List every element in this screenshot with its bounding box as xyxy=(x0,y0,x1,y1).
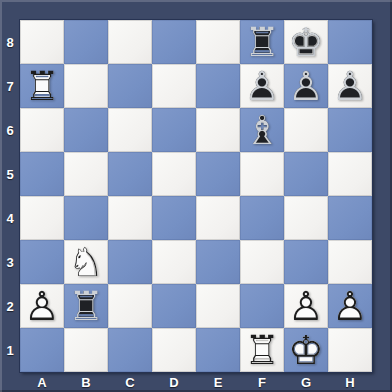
square-b6[interactable] xyxy=(64,108,108,152)
piece-glyph-outline: ♘ xyxy=(64,240,108,284)
square-d7[interactable] xyxy=(152,64,196,108)
file-label-b: B xyxy=(64,372,108,392)
square-g8[interactable]: ♚♔ xyxy=(284,20,328,64)
square-h3[interactable] xyxy=(328,240,372,284)
square-f6[interactable]: ♝♗ xyxy=(240,108,284,152)
square-e2[interactable] xyxy=(196,284,240,328)
square-d3[interactable] xyxy=(152,240,196,284)
square-c7[interactable] xyxy=(108,64,152,108)
white-pawn-piece[interactable]: ♟♙ xyxy=(328,284,372,328)
white-knight-piece[interactable]: ♞♘ xyxy=(64,240,108,284)
square-f2[interactable] xyxy=(240,284,284,328)
square-b2[interactable]: ♜♖ xyxy=(64,284,108,328)
square-d4[interactable] xyxy=(152,196,196,240)
black-rook-piece[interactable]: ♜♖ xyxy=(64,284,108,328)
file-label-a: A xyxy=(20,372,64,392)
square-c4[interactable] xyxy=(108,196,152,240)
file-label-d: D xyxy=(152,372,196,392)
square-f1[interactable]: ♜♖ xyxy=(240,328,284,372)
piece-glyph-outline: ♗ xyxy=(240,108,284,152)
square-g4[interactable] xyxy=(284,196,328,240)
black-pawn-piece[interactable]: ♟♙ xyxy=(284,64,328,108)
square-h5[interactable] xyxy=(328,152,372,196)
piece-glyph-outline: ♔ xyxy=(284,328,328,372)
square-e4[interactable] xyxy=(196,196,240,240)
square-f8[interactable]: ♜♖ xyxy=(240,20,284,64)
square-g5[interactable] xyxy=(284,152,328,196)
square-f3[interactable] xyxy=(240,240,284,284)
square-b8[interactable] xyxy=(64,20,108,64)
square-h1[interactable] xyxy=(328,328,372,372)
square-c2[interactable] xyxy=(108,284,152,328)
square-d2[interactable] xyxy=(152,284,196,328)
piece-glyph-outline: ♙ xyxy=(328,284,372,328)
square-e5[interactable] xyxy=(196,152,240,196)
square-a3[interactable] xyxy=(20,240,64,284)
square-e1[interactable] xyxy=(196,328,240,372)
black-pawn-piece[interactable]: ♟♙ xyxy=(328,64,372,108)
square-a7[interactable]: ♜♖ xyxy=(20,64,64,108)
rank-label-8: 8 xyxy=(0,20,20,64)
square-b4[interactable] xyxy=(64,196,108,240)
rank-labels: 87654321 xyxy=(0,20,20,372)
rank-label-3: 3 xyxy=(0,240,20,284)
square-b3[interactable]: ♞♘ xyxy=(64,240,108,284)
square-h4[interactable] xyxy=(328,196,372,240)
piece-glyph-outline: ♖ xyxy=(20,64,64,108)
square-g1[interactable]: ♚♔ xyxy=(284,328,328,372)
black-rook-piece[interactable]: ♜♖ xyxy=(240,20,284,64)
rank-label-7: 7 xyxy=(0,64,20,108)
square-a6[interactable] xyxy=(20,108,64,152)
file-labels: ABCDEFGH xyxy=(20,372,372,392)
square-d1[interactable] xyxy=(152,328,196,372)
square-d8[interactable] xyxy=(152,20,196,64)
rank-label-2: 2 xyxy=(0,284,20,328)
rank-label-6: 6 xyxy=(0,108,20,152)
rank-label-4: 4 xyxy=(0,196,20,240)
square-d5[interactable] xyxy=(152,152,196,196)
piece-glyph-outline: ♙ xyxy=(328,64,372,108)
square-g3[interactable] xyxy=(284,240,328,284)
square-h8[interactable] xyxy=(328,20,372,64)
square-c5[interactable] xyxy=(108,152,152,196)
white-rook-piece[interactable]: ♜♖ xyxy=(20,64,64,108)
square-h2[interactable]: ♟♙ xyxy=(328,284,372,328)
file-label-g: G xyxy=(284,372,328,392)
square-h7[interactable]: ♟♙ xyxy=(328,64,372,108)
chess-board: ♜♖♚♔♜♖♟♙♟♙♟♙♝♗♞♘♟♙♜♖♟♙♟♙♜♖♚♔ xyxy=(20,20,372,372)
square-e7[interactable] xyxy=(196,64,240,108)
white-pawn-piece[interactable]: ♟♙ xyxy=(284,284,328,328)
square-c6[interactable] xyxy=(108,108,152,152)
square-c1[interactable] xyxy=(108,328,152,372)
square-a1[interactable] xyxy=(20,328,64,372)
rank-label-5: 5 xyxy=(0,152,20,196)
piece-glyph-outline: ♖ xyxy=(240,20,284,64)
piece-glyph-outline: ♙ xyxy=(284,284,328,328)
file-label-h: H xyxy=(328,372,372,392)
black-pawn-piece[interactable]: ♟♙ xyxy=(240,64,284,108)
square-e3[interactable] xyxy=(196,240,240,284)
file-label-e: E xyxy=(196,372,240,392)
square-f7[interactable]: ♟♙ xyxy=(240,64,284,108)
black-bishop-piece[interactable]: ♝♗ xyxy=(240,108,284,152)
white-pawn-piece[interactable]: ♟♙ xyxy=(20,284,64,328)
square-c8[interactable] xyxy=(108,20,152,64)
piece-glyph-outline: ♙ xyxy=(20,284,64,328)
square-a2[interactable]: ♟♙ xyxy=(20,284,64,328)
square-g2[interactable]: ♟♙ xyxy=(284,284,328,328)
square-b7[interactable] xyxy=(64,64,108,108)
square-d6[interactable] xyxy=(152,108,196,152)
piece-glyph-outline: ♔ xyxy=(284,20,328,64)
black-king-piece[interactable]: ♚♔ xyxy=(284,20,328,64)
piece-glyph-outline: ♙ xyxy=(284,64,328,108)
square-a4[interactable] xyxy=(20,196,64,240)
file-label-c: C xyxy=(108,372,152,392)
rank-label-1: 1 xyxy=(0,328,20,372)
white-rook-piece[interactable]: ♜♖ xyxy=(240,328,284,372)
square-c3[interactable] xyxy=(108,240,152,284)
square-g7[interactable]: ♟♙ xyxy=(284,64,328,108)
piece-glyph-outline: ♙ xyxy=(240,64,284,108)
square-a8[interactable] xyxy=(20,20,64,64)
chess-board-frame: 87654321 ABCDEFGH ♜♖♚♔♜♖♟♙♟♙♟♙♝♗♞♘♟♙♜♖♟♙… xyxy=(0,0,392,392)
square-b1[interactable] xyxy=(64,328,108,372)
file-label-f: F xyxy=(240,372,284,392)
square-e6[interactable] xyxy=(196,108,240,152)
square-e8[interactable] xyxy=(196,20,240,64)
white-king-piece[interactable]: ♚♔ xyxy=(284,328,328,372)
piece-glyph-outline: ♖ xyxy=(240,328,284,372)
square-a5[interactable] xyxy=(20,152,64,196)
square-f4[interactable] xyxy=(240,196,284,240)
square-f5[interactable] xyxy=(240,152,284,196)
square-b5[interactable] xyxy=(64,152,108,196)
square-g6[interactable] xyxy=(284,108,328,152)
piece-glyph-outline: ♖ xyxy=(64,284,108,328)
square-h6[interactable] xyxy=(328,108,372,152)
